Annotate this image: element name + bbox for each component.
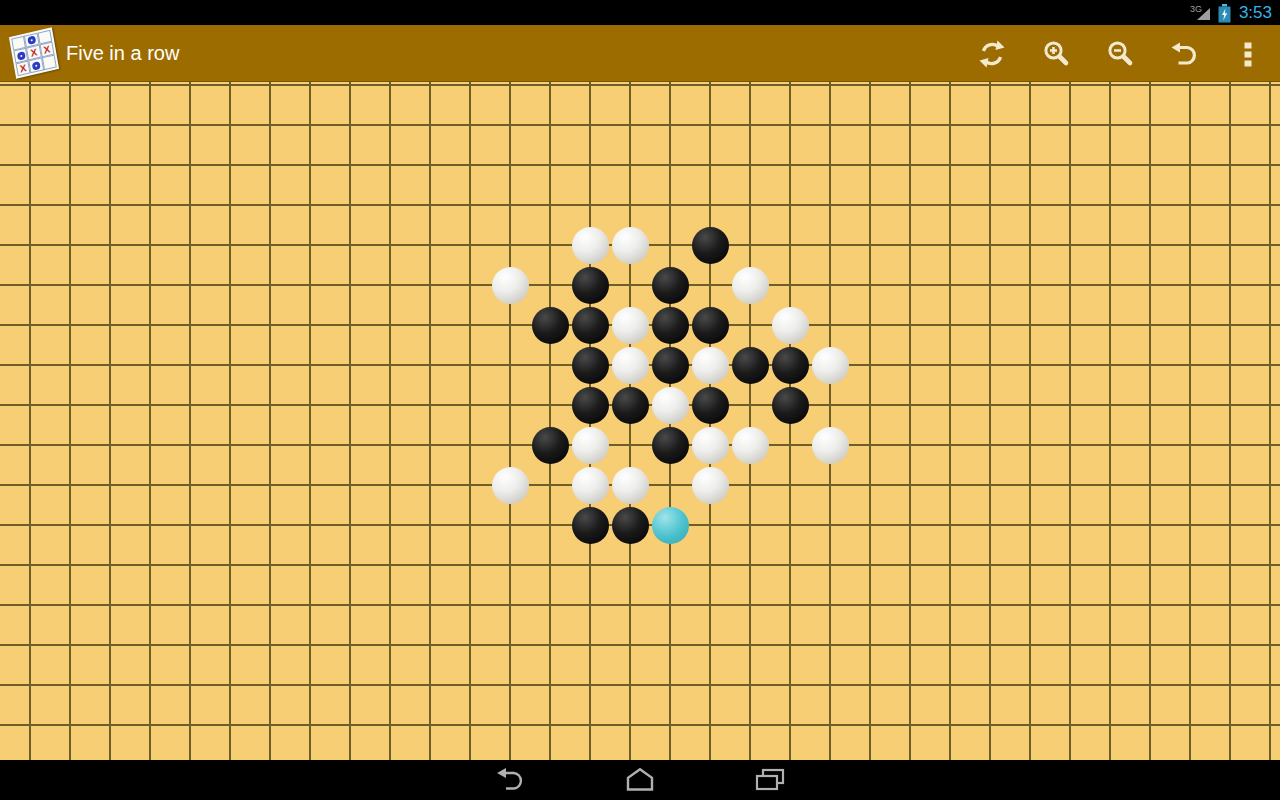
recent-apps-button[interactable] [753,763,787,797]
cell-signal-icon: 3G [1190,4,1212,22]
stone-white [572,427,609,464]
overflow-menu-button[interactable] [1216,25,1280,82]
stone-black [532,427,569,464]
stone-black [692,227,729,264]
stone-black [652,347,689,384]
stone-black [772,347,809,384]
stone-black [652,427,689,464]
undo-button[interactable] [1152,25,1216,82]
stone-white [692,427,729,464]
board[interactable] [0,82,1280,760]
zoom-out-button[interactable] [1088,25,1152,82]
screen: 3G 3:53 XXX Five in a row [0,0,1280,800]
app-icon-cell [42,54,57,70]
stone-white [732,427,769,464]
clock: 3:53 [1237,3,1272,23]
stone-black [572,267,609,304]
app-icon: XXX [10,29,60,77]
home-button[interactable] [623,763,657,797]
stone-last-move [652,507,689,544]
stone-black [612,507,649,544]
page-title: Five in a row [66,25,179,82]
home-icon [623,763,657,797]
stone-white [492,267,529,304]
stone-white [652,387,689,424]
overflow-menu-icon [1232,38,1264,70]
stone-white [692,467,729,504]
stone-white [692,347,729,384]
app-icon-grid: XXX [11,30,57,76]
stone-white [572,227,609,264]
back-button[interactable] [493,763,527,797]
stone-black [572,347,609,384]
stone-white [572,467,609,504]
nav-bar [0,760,1280,800]
zoom-in-button[interactable] [1024,25,1088,82]
stone-black [652,307,689,344]
battery-charging-icon [1218,3,1231,23]
stone-white [612,227,649,264]
stone-white [612,347,649,384]
stone-black [732,347,769,384]
signal-triangle-icon [1197,8,1210,20]
recents-icon [753,763,787,797]
stone-white [732,267,769,304]
restart-game-button[interactable] [960,25,1024,82]
stone-black [572,307,609,344]
stone-black [612,387,649,424]
stone-black [652,267,689,304]
stone-white [612,467,649,504]
stone-white [772,307,809,344]
back-icon [493,763,527,797]
status-bar: 3G 3:53 [0,0,1280,25]
stone-black [572,387,609,424]
refresh-icon [976,38,1008,70]
undo-icon [1168,38,1200,70]
stone-white [612,307,649,344]
stone-black [692,387,729,424]
stone-white [812,347,849,384]
stone-black [692,307,729,344]
stone-white [492,467,529,504]
stone-black [572,507,609,544]
stone-black [772,387,809,424]
tictactoe-card-icon: XXX [9,27,59,78]
action-bar: XXX Five in a row [0,25,1280,82]
zoom-out-icon [1104,38,1136,70]
action-bar-buttons [960,25,1280,82]
stone-black [532,307,569,344]
stone-white [812,427,849,464]
zoom-in-icon [1040,38,1072,70]
